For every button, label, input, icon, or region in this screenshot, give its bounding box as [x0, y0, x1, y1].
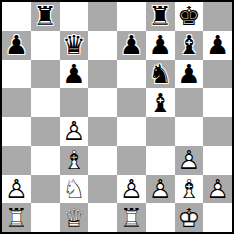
- square-c8[interactable]: [60, 2, 89, 31]
- square-e4[interactable]: [117, 117, 146, 146]
- square-a3[interactable]: [2, 146, 31, 175]
- square-g3[interactable]: ♟♙: [175, 146, 204, 175]
- black-rook-icon: ♜: [33, 3, 56, 29]
- pawn-outline-glyph: ♙: [148, 175, 171, 204]
- square-b7[interactable]: [31, 31, 60, 60]
- white-pawn-icon: ♟♙: [120, 176, 143, 202]
- knight-outline-glyph: ♘: [62, 175, 85, 204]
- square-e7[interactable]: ♟: [117, 31, 146, 60]
- square-h5[interactable]: [203, 88, 232, 117]
- square-g1[interactable]: ♚♔: [175, 203, 204, 232]
- square-a7[interactable]: ♟: [2, 31, 31, 60]
- square-g7[interactable]: ♝: [175, 31, 204, 60]
- white-knight-icon: ♞♘: [62, 176, 85, 202]
- pawn-outline-glyph: ♙: [5, 175, 28, 204]
- white-pawn-icon: ♟♙: [148, 176, 171, 202]
- square-c2[interactable]: ♞♘: [60, 175, 89, 204]
- square-d1[interactable]: [88, 203, 117, 232]
- square-g6[interactable]: ♟: [175, 60, 204, 89]
- white-pawn-icon: ♟♙: [177, 147, 200, 173]
- square-c7[interactable]: ♛: [60, 31, 89, 60]
- black-rook-icon: ♜: [148, 3, 171, 29]
- black-pawn-icon: ♟: [120, 32, 143, 58]
- square-a4[interactable]: [2, 117, 31, 146]
- white-pawn-icon: ♟♙: [5, 176, 28, 202]
- black-king-icon: ♚: [177, 3, 200, 29]
- square-b8[interactable]: ♜: [31, 2, 60, 31]
- white-king-icon: ♚♔: [177, 205, 200, 231]
- black-queen-icon: ♛: [62, 32, 85, 58]
- square-h2[interactable]: ♟♙: [203, 175, 232, 204]
- square-f7[interactable]: ♟: [146, 31, 175, 60]
- white-queen-icon: ♛♕: [62, 205, 85, 231]
- square-f6[interactable]: ♞: [146, 60, 175, 89]
- square-c6[interactable]: ♟: [60, 60, 89, 89]
- square-h4[interactable]: [203, 117, 232, 146]
- black-pawn-icon: ♟: [148, 32, 171, 58]
- white-pawn-icon: ♟♙: [62, 118, 85, 144]
- black-pawn-icon: ♟: [62, 61, 85, 87]
- black-pawn-icon: ♟: [206, 32, 229, 58]
- white-bishop-icon: ♝♗: [177, 176, 200, 202]
- square-e8[interactable]: [117, 2, 146, 31]
- square-b6[interactable]: [31, 60, 60, 89]
- square-d8[interactable]: [88, 2, 117, 31]
- square-c1[interactable]: ♛♕: [60, 203, 89, 232]
- rook-outline-glyph: ♖: [120, 203, 143, 232]
- square-e5[interactable]: [117, 88, 146, 117]
- square-g2[interactable]: ♝♗: [175, 175, 204, 204]
- square-e3[interactable]: [117, 146, 146, 175]
- square-b1[interactable]: [31, 203, 60, 232]
- square-b4[interactable]: [31, 117, 60, 146]
- square-h7[interactable]: ♟: [203, 31, 232, 60]
- square-f4[interactable]: [146, 117, 175, 146]
- square-c3[interactable]: ♝♗: [60, 146, 89, 175]
- square-h1[interactable]: [203, 203, 232, 232]
- square-d2[interactable]: [88, 175, 117, 204]
- square-e1[interactable]: ♜♖: [117, 203, 146, 232]
- pawn-outline-glyph: ♙: [120, 175, 143, 204]
- square-d6[interactable]: [88, 60, 117, 89]
- chess-board: ♜♜♚♟♛♟♟♝♟♟♞♟♝♟♙♝♗♟♙♟♙♞♘♟♙♟♙♝♗♟♙♜♖♛♕♜♖♚♔: [0, 0, 234, 234]
- white-bishop-icon: ♝♗: [62, 147, 85, 173]
- square-g5[interactable]: [175, 88, 204, 117]
- black-pawn-icon: ♟: [177, 61, 200, 87]
- square-h6[interactable]: [203, 60, 232, 89]
- bishop-outline-glyph: ♗: [177, 175, 200, 204]
- pawn-outline-glyph: ♙: [206, 175, 229, 204]
- square-h3[interactable]: [203, 146, 232, 175]
- square-a6[interactable]: [2, 60, 31, 89]
- square-a8[interactable]: [2, 2, 31, 31]
- square-b5[interactable]: [31, 88, 60, 117]
- square-a1[interactable]: ♜♖: [2, 203, 31, 232]
- square-d5[interactable]: [88, 88, 117, 117]
- square-f3[interactable]: [146, 146, 175, 175]
- square-e6[interactable]: [117, 60, 146, 89]
- rook-outline-glyph: ♖: [5, 203, 28, 232]
- white-pawn-icon: ♟♙: [206, 176, 229, 202]
- square-c5[interactable]: [60, 88, 89, 117]
- queen-outline-glyph: ♕: [62, 203, 85, 232]
- square-f5[interactable]: ♝: [146, 88, 175, 117]
- square-a2[interactable]: ♟♙: [2, 175, 31, 204]
- square-d7[interactable]: [88, 31, 117, 60]
- pawn-outline-glyph: ♙: [62, 117, 85, 146]
- square-f8[interactable]: ♜: [146, 2, 175, 31]
- square-g8[interactable]: ♚: [175, 2, 204, 31]
- square-a5[interactable]: [2, 88, 31, 117]
- black-bishop-icon: ♝: [177, 32, 200, 58]
- pawn-outline-glyph: ♙: [177, 146, 200, 175]
- square-h8[interactable]: [203, 2, 232, 31]
- king-outline-glyph: ♔: [177, 203, 200, 232]
- square-g4[interactable]: [175, 117, 204, 146]
- square-b2[interactable]: [31, 175, 60, 204]
- square-d3[interactable]: [88, 146, 117, 175]
- square-c4[interactable]: ♟♙: [60, 117, 89, 146]
- white-rook-icon: ♜♖: [5, 205, 28, 231]
- white-rook-icon: ♜♖: [120, 205, 143, 231]
- square-f1[interactable]: [146, 203, 175, 232]
- black-bishop-icon: ♝: [148, 90, 171, 116]
- square-f2[interactable]: ♟♙: [146, 175, 175, 204]
- black-pawn-icon: ♟: [5, 32, 28, 58]
- black-knight-icon: ♞: [148, 61, 171, 87]
- bishop-outline-glyph: ♗: [62, 146, 85, 175]
- square-e2[interactable]: ♟♙: [117, 175, 146, 204]
- square-d4[interactable]: [88, 117, 117, 146]
- square-b3[interactable]: [31, 146, 60, 175]
